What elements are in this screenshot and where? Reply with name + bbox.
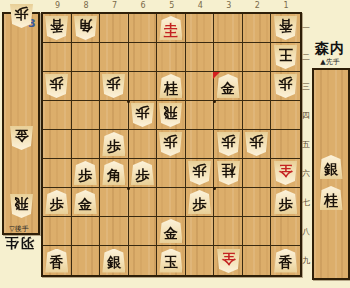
file-label-7: 7 bbox=[100, 1, 129, 10]
file-label-9: 9 bbox=[43, 1, 72, 10]
square-8四[interactable] bbox=[72, 101, 101, 130]
piece-歩-gote: 歩 bbox=[102, 74, 125, 98]
last-move-marker bbox=[213, 72, 220, 79]
piece-圭-sente: 圭 bbox=[159, 16, 182, 40]
rank-label-2: 二 bbox=[302, 43, 312, 72]
hand-piece-歩: 歩 bbox=[10, 4, 33, 28]
piece-全-gote: 全 bbox=[274, 161, 297, 185]
rank-label-8: 八 bbox=[302, 217, 312, 246]
piece-角-sente: 角 bbox=[102, 161, 125, 185]
square-1五[interactable] bbox=[271, 130, 300, 159]
square-9八[interactable] bbox=[43, 217, 72, 246]
square-5三[interactable]: 桂 bbox=[157, 72, 186, 101]
square-8五[interactable] bbox=[72, 130, 101, 159]
square-6三[interactable] bbox=[129, 72, 158, 101]
hand-piece-金: 金 bbox=[10, 126, 33, 150]
square-1三[interactable]: 歩 bbox=[271, 72, 300, 101]
shogi-board: 香角圭香王歩歩桂金歩歩飛歩歩歩歩歩角歩歩桂全歩金歩歩金香銀玉全香 bbox=[41, 12, 302, 277]
square-3七[interactable] bbox=[214, 188, 243, 217]
file-label-2: 2 bbox=[243, 1, 272, 10]
square-4一[interactable] bbox=[186, 14, 215, 43]
piece-金-sente: 金 bbox=[159, 219, 182, 243]
square-6二[interactable] bbox=[129, 43, 158, 72]
piece-歩-gote: 歩 bbox=[188, 161, 211, 185]
square-9四[interactable] bbox=[43, 101, 72, 130]
piece-歩-gote: 歩 bbox=[245, 132, 268, 156]
square-3三[interactable]: 金 bbox=[214, 72, 243, 101]
piece-香-sente: 香 bbox=[274, 249, 297, 273]
square-4三[interactable] bbox=[186, 72, 215, 101]
gote-player-name: 羽生 bbox=[1, 233, 37, 251]
square-9五[interactable] bbox=[43, 130, 72, 159]
hoshi-dot bbox=[213, 100, 216, 103]
square-3四[interactable] bbox=[214, 101, 243, 130]
square-9九[interactable]: 香 bbox=[43, 246, 72, 275]
piece-歩-sente: 歩 bbox=[45, 190, 68, 214]
piece-歩-sente: 歩 bbox=[188, 190, 211, 214]
piece-歩-gote: 歩 bbox=[274, 74, 297, 98]
square-6九[interactable] bbox=[129, 246, 158, 275]
piece-歩-gote: 歩 bbox=[131, 103, 154, 127]
board-grid: 香角圭香王歩歩桂金歩歩飛歩歩歩歩歩角歩歩桂全歩金歩歩金香銀玉全香 bbox=[43, 14, 300, 275]
piece-歩-sente: 歩 bbox=[74, 161, 97, 185]
square-4七[interactable]: 歩 bbox=[186, 188, 215, 217]
piece-歩-gote: 歩 bbox=[45, 74, 68, 98]
file-label-8: 8 bbox=[72, 1, 101, 10]
square-2二[interactable] bbox=[243, 43, 272, 72]
rank-label-7: 七 bbox=[302, 188, 312, 217]
sente-player-name: 森内 bbox=[311, 40, 349, 58]
hoshi-dot bbox=[213, 187, 216, 190]
piece-全-gote: 全 bbox=[217, 249, 240, 273]
rank-label-9: 九 bbox=[302, 246, 312, 275]
square-3六[interactable]: 桂 bbox=[214, 159, 243, 188]
square-3五[interactable]: 歩 bbox=[214, 130, 243, 159]
square-4五[interactable] bbox=[186, 130, 215, 159]
square-9三[interactable]: 歩 bbox=[43, 72, 72, 101]
piece-香-gote: 香 bbox=[274, 16, 297, 40]
piece-歩-sente: 歩 bbox=[274, 190, 297, 214]
hand-piece-飛: 飛 bbox=[10, 194, 33, 218]
square-1九[interactable]: 香 bbox=[271, 246, 300, 275]
square-1四[interactable] bbox=[271, 101, 300, 130]
square-1二[interactable]: 王 bbox=[271, 43, 300, 72]
piece-王-gote: 王 bbox=[274, 45, 297, 69]
square-6一[interactable] bbox=[129, 14, 158, 43]
square-5五[interactable]: 歩 bbox=[157, 130, 186, 159]
hand-piece-銀: 銀 bbox=[320, 155, 343, 179]
hand-piece-桂: 桂 bbox=[320, 186, 343, 210]
square-1七[interactable]: 歩 bbox=[271, 188, 300, 217]
file-label-5: 5 bbox=[157, 1, 186, 10]
square-4四[interactable] bbox=[186, 101, 215, 130]
sente-hand-stand: 銀桂 bbox=[312, 68, 350, 280]
square-7五[interactable]: 歩 bbox=[100, 130, 129, 159]
file-label-1: 1 bbox=[271, 1, 300, 10]
sente-label: ▲先手 bbox=[311, 57, 349, 67]
square-9七[interactable]: 歩 bbox=[43, 188, 72, 217]
square-4六[interactable]: 歩 bbox=[186, 159, 215, 188]
square-4九[interactable] bbox=[186, 246, 215, 275]
square-7三[interactable]: 歩 bbox=[100, 72, 129, 101]
rank-label-6: 六 bbox=[302, 159, 312, 188]
piece-銀-sente: 銀 bbox=[102, 249, 125, 273]
square-2六[interactable] bbox=[243, 159, 272, 188]
square-5一[interactable]: 圭 bbox=[157, 14, 186, 43]
file-label-4: 4 bbox=[186, 1, 215, 10]
square-7八[interactable] bbox=[100, 217, 129, 246]
square-5六[interactable] bbox=[157, 159, 186, 188]
square-7二[interactable] bbox=[100, 43, 129, 72]
square-1八[interactable] bbox=[271, 217, 300, 246]
square-8二[interactable] bbox=[72, 43, 101, 72]
square-6七[interactable] bbox=[129, 188, 158, 217]
square-5二[interactable] bbox=[157, 43, 186, 72]
square-8九[interactable] bbox=[72, 246, 101, 275]
square-6八[interactable] bbox=[129, 217, 158, 246]
piece-桂-sente: 桂 bbox=[159, 74, 182, 98]
square-3九[interactable]: 全 bbox=[214, 246, 243, 275]
square-7六[interactable]: 角 bbox=[100, 159, 129, 188]
square-8三[interactable] bbox=[72, 72, 101, 101]
square-2八[interactable] bbox=[243, 217, 272, 246]
square-2五[interactable]: 歩 bbox=[243, 130, 272, 159]
rank-label-5: 五 bbox=[302, 130, 312, 159]
hoshi-dot bbox=[127, 100, 130, 103]
square-8八[interactable] bbox=[72, 217, 101, 246]
square-3二[interactable] bbox=[214, 43, 243, 72]
rank-label-3: 三 bbox=[302, 72, 312, 101]
square-5四[interactable]: 飛 bbox=[157, 101, 186, 130]
square-5九[interactable]: 玉 bbox=[157, 246, 186, 275]
piece-玉-sente: 玉 bbox=[159, 249, 182, 273]
piece-歩-sente: 歩 bbox=[102, 132, 125, 156]
rank-label-4: 四 bbox=[302, 101, 312, 130]
square-6六[interactable]: 歩 bbox=[129, 159, 158, 188]
square-8一[interactable]: 角 bbox=[72, 14, 101, 43]
piece-香-sente: 香 bbox=[45, 249, 68, 273]
square-2七[interactable] bbox=[243, 188, 272, 217]
square-4八[interactable] bbox=[186, 217, 215, 246]
square-9六[interactable] bbox=[43, 159, 72, 188]
square-4二[interactable] bbox=[186, 43, 215, 72]
square-3八[interactable] bbox=[214, 217, 243, 246]
square-3一[interactable] bbox=[214, 14, 243, 43]
square-8七[interactable]: 金 bbox=[72, 188, 101, 217]
piece-歩-gote: 歩 bbox=[217, 132, 240, 156]
square-2九[interactable] bbox=[243, 246, 272, 275]
piece-香-gote: 香 bbox=[45, 16, 68, 40]
piece-角-gote: 角 bbox=[74, 16, 97, 40]
file-label-6: 6 bbox=[129, 1, 158, 10]
file-label-3: 3 bbox=[214, 1, 243, 10]
square-5七[interactable] bbox=[157, 188, 186, 217]
square-5八[interactable]: 金 bbox=[157, 217, 186, 246]
square-7九[interactable]: 銀 bbox=[100, 246, 129, 275]
rank-label-1: 一 bbox=[302, 14, 312, 43]
piece-歩-sente: 歩 bbox=[131, 161, 154, 185]
piece-歩-gote: 歩 bbox=[159, 132, 182, 156]
square-7四[interactable] bbox=[100, 101, 129, 130]
piece-飛-gote: 飛 bbox=[159, 103, 182, 127]
piece-金-sente: 金 bbox=[74, 190, 97, 214]
piece-桂-gote: 桂 bbox=[217, 161, 240, 185]
square-1六[interactable]: 全 bbox=[271, 159, 300, 188]
square-6五[interactable] bbox=[129, 130, 158, 159]
square-2一[interactable] bbox=[243, 14, 272, 43]
square-2三[interactable] bbox=[243, 72, 272, 101]
hoshi-dot bbox=[127, 187, 130, 190]
square-2四[interactable] bbox=[243, 101, 272, 130]
square-7一[interactable] bbox=[100, 14, 129, 43]
square-9一[interactable]: 香 bbox=[43, 14, 72, 43]
square-6四[interactable]: 歩 bbox=[129, 101, 158, 130]
square-1一[interactable]: 香 bbox=[271, 14, 300, 43]
square-7七[interactable] bbox=[100, 188, 129, 217]
square-8六[interactable]: 歩 bbox=[72, 159, 101, 188]
square-9二[interactable] bbox=[43, 43, 72, 72]
gote-hand-stand: 歩3金飛 bbox=[2, 12, 40, 235]
